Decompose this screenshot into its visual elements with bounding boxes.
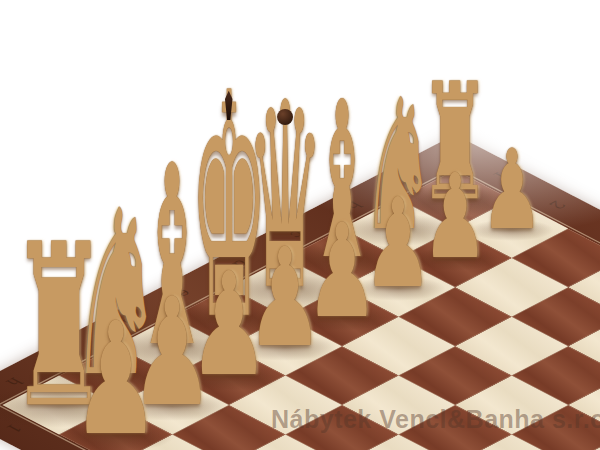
- pawn-glyph: ♟: [71, 302, 159, 450]
- chess-set-photo: abcdefgh abcdefgh 87654321 87654321 ♜♞♝♛…: [0, 0, 600, 450]
- queen-finial: [277, 109, 293, 125]
- pawn-glyph: ♟: [480, 135, 543, 245]
- watermark: Nábytek Vencl&Banha s.r.o.: [271, 405, 600, 434]
